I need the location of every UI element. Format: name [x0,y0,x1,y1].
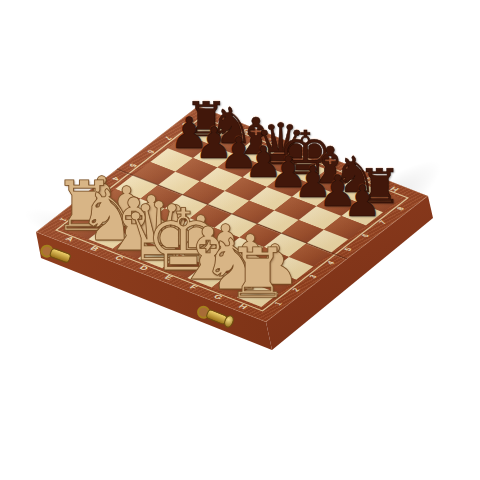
piece-black-pawn[interactable]: ♟ [343,180,382,223]
pieces-layer: ♜♞♝♛♚♝♞♜♟♟♟♟♟♟♟♟♟♟♟♟♟♟♟♟♜♞♝♛♚♝♞♜ [0,0,480,480]
clasp-hook-icon [49,247,72,264]
piece-white-rook[interactable]: ♜ [227,241,288,309]
chess-set-photo: ABCDEFGH ABCDEFGH 12345678 12345678 ♜♞♝♛… [0,0,480,480]
